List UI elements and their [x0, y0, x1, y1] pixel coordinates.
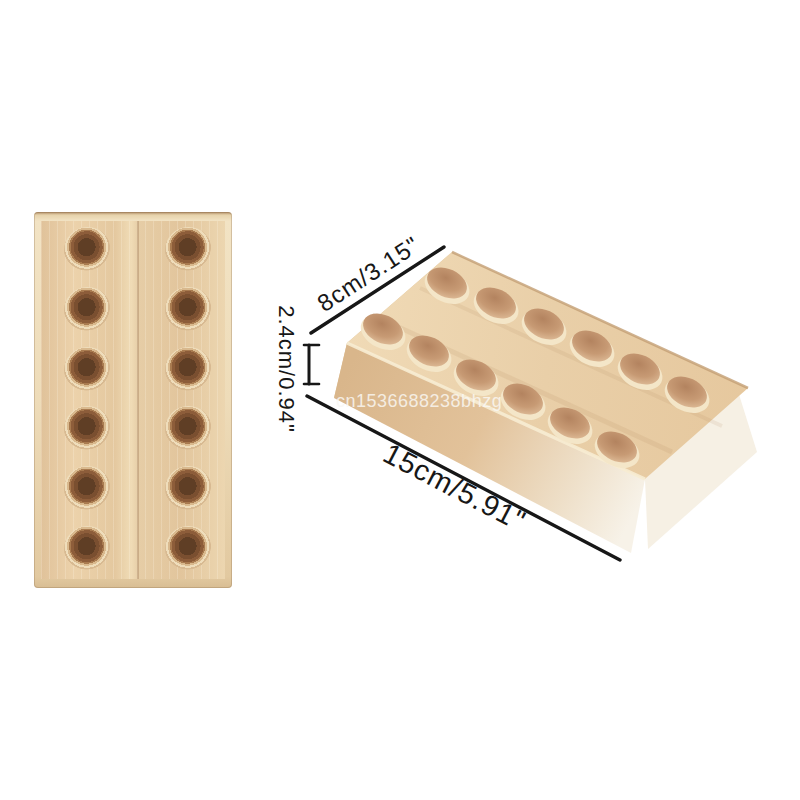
pit-a6 [41, 519, 133, 579]
watermark: cn1536688238bhzg [336, 391, 502, 411]
pit-b2 [133, 281, 225, 341]
pit-a2 [41, 281, 133, 341]
pit-b6 [133, 519, 225, 579]
product-image: 8cm/3.15" 2.4cm/0.94" 15cm/5.91" cn15366… [0, 0, 800, 800]
pit-hole [64, 406, 111, 453]
pit-hole [64, 287, 111, 334]
pit-hole [165, 227, 212, 274]
pit-a3 [41, 340, 133, 400]
pit-hole [64, 466, 111, 513]
pit-a4 [41, 400, 133, 460]
pit-hole [64, 347, 111, 394]
dimension-label-height: 2.4cm/0.94" [274, 305, 299, 433]
board-top-view-face [41, 221, 225, 579]
pit-a5 [41, 460, 133, 520]
dimension-line-height [304, 345, 319, 384]
pit-hole [64, 227, 111, 274]
pit-b1 [133, 221, 225, 281]
pit-hole [165, 347, 212, 394]
pit-hole [64, 526, 111, 573]
pit-b3 [133, 340, 225, 400]
pit-b5 [133, 460, 225, 520]
pit-a1 [41, 221, 133, 281]
pit-hole [165, 526, 212, 573]
pit-hole [165, 287, 212, 334]
pit-b4 [133, 400, 225, 460]
board-top-view [34, 212, 232, 588]
pit-hole [165, 406, 212, 453]
pit-hole [165, 466, 212, 513]
